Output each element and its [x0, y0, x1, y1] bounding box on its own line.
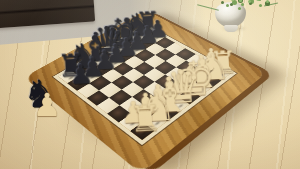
photo-scene: ♞ ♟ ♜♞♝♛♚♝♞♜♟♟♟♟♟♟♟♟♟♟♟♟♟♟♟♟♜♞♝♛♚♝♞♜ [0, 0, 300, 169]
off-board-white-pawn: ♟ [31, 89, 63, 121]
